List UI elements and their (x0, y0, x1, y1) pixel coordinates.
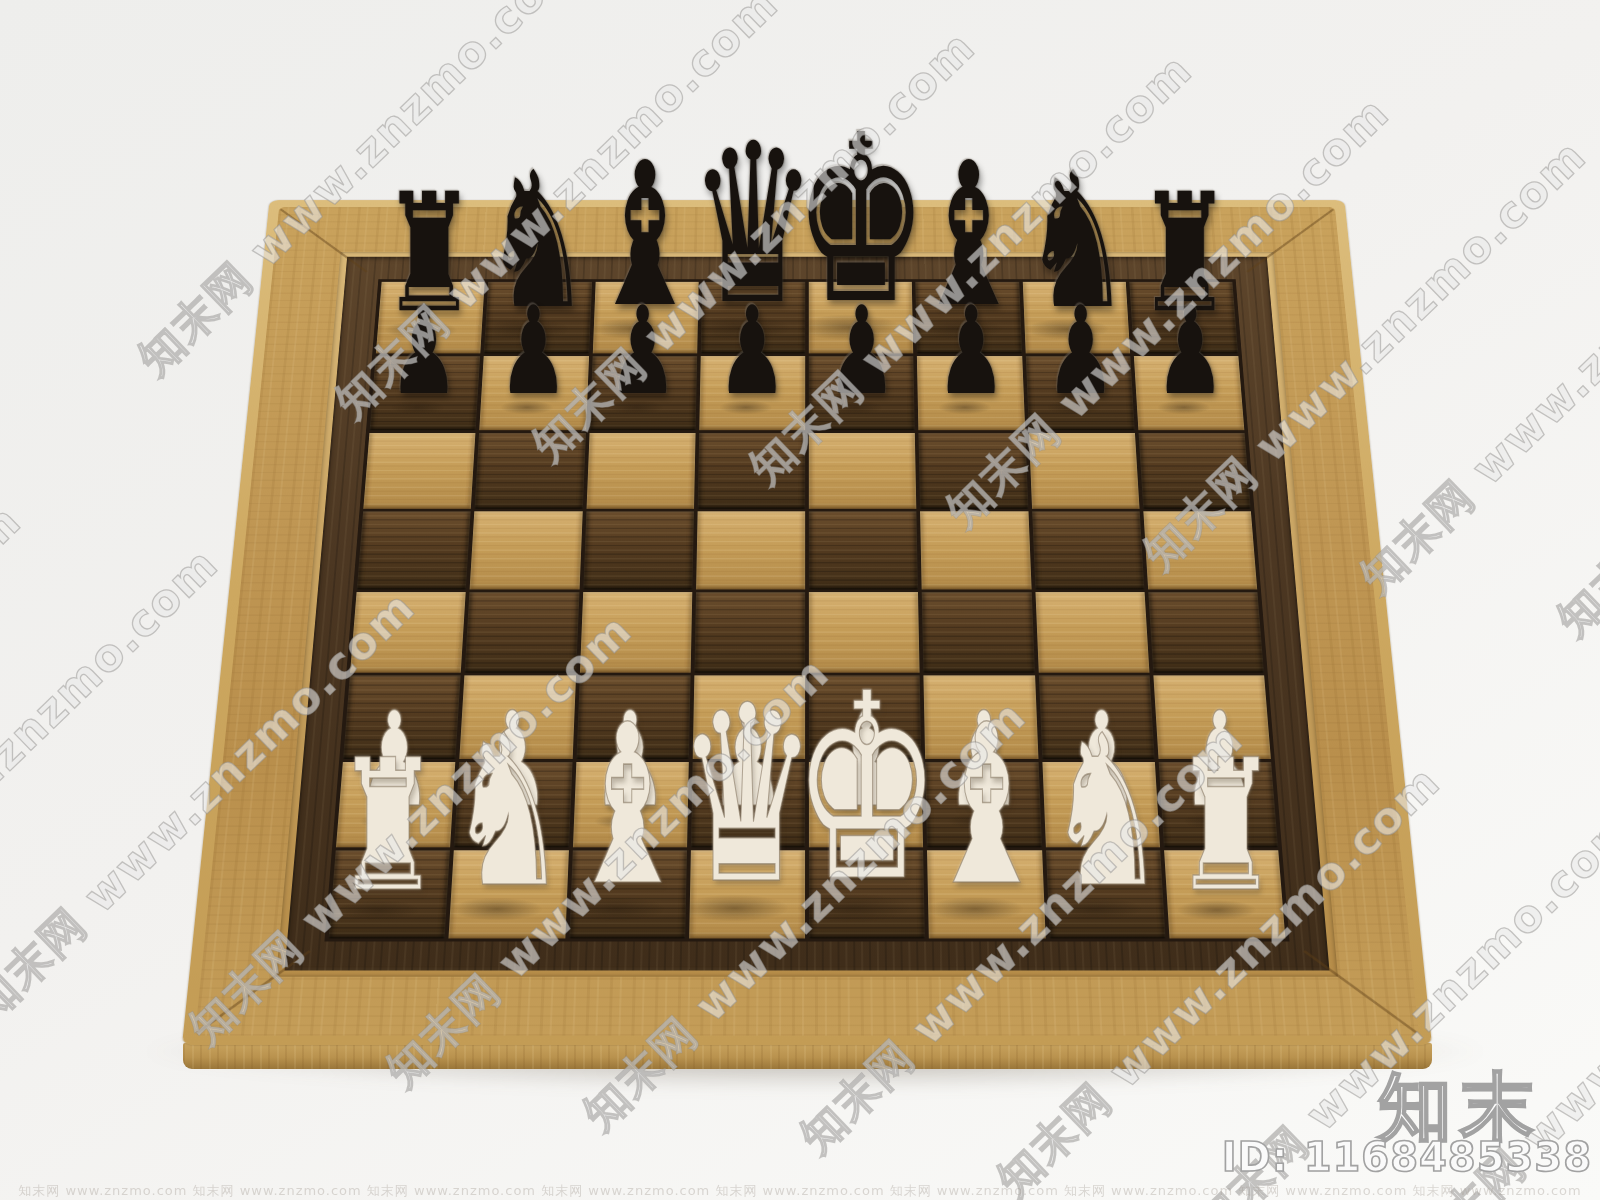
square-f2 (925, 762, 1041, 848)
square-c8 (592, 282, 698, 354)
watermark-text: 知末网 www.znzmo.com (0, 492, 34, 948)
square-f4 (922, 592, 1035, 673)
square-e3 (809, 676, 922, 759)
square-c5 (583, 511, 694, 589)
square-a2 (336, 762, 456, 848)
scene: ♜♞♝♛♚♝♞♜♟♟♟♟♟♟♟♟♟♟♟♟♟♟♟♟♜♞♝♛♚♝♞♜ 知末网 www… (0, 0, 1600, 1200)
square-c3 (576, 676, 690, 759)
square-b2 (454, 762, 572, 848)
square-g2 (1042, 762, 1160, 848)
square-f7 (917, 356, 1025, 430)
square-d5 (696, 511, 805, 589)
watermark-text: 知末网 www.znzmo.com (1348, 150, 1600, 606)
square-g1 (1046, 850, 1166, 938)
square-g4 (1035, 592, 1149, 673)
square-d1 (689, 850, 805, 938)
square-b1 (449, 850, 569, 938)
squares (324, 279, 1289, 941)
square-e1 (809, 850, 925, 938)
square-h5 (1143, 511, 1257, 589)
square-a4 (350, 592, 466, 673)
square-b5 (470, 511, 583, 589)
square-d7 (699, 356, 805, 430)
square-e5 (809, 511, 918, 589)
square-a8 (376, 282, 485, 354)
square-h3 (1153, 676, 1271, 759)
square-h2 (1158, 762, 1278, 848)
square-g5 (1032, 511, 1145, 589)
square-a1 (329, 850, 451, 938)
square-g6 (1028, 433, 1139, 509)
square-h6 (1138, 433, 1250, 509)
square-b6 (475, 433, 586, 509)
wood-grain-texture (183, 1043, 1432, 1069)
chess-board (182, 200, 1432, 1045)
square-e8 (809, 282, 914, 354)
square-e7 (809, 356, 915, 430)
square-c4 (579, 592, 692, 673)
square-a6 (363, 433, 475, 509)
square-e6 (809, 433, 917, 509)
square-h7 (1134, 356, 1245, 430)
square-a3 (343, 676, 461, 759)
square-c7 (589, 356, 697, 430)
square-a7 (370, 356, 481, 430)
square-f6 (919, 433, 1028, 509)
square-d4 (694, 592, 805, 673)
watermark-edge-row: 知末网 www.znzmo.com 知末网 www.znzmo.com 知末网 … (0, 1182, 1600, 1200)
square-h4 (1148, 592, 1264, 673)
square-f8 (916, 282, 1022, 354)
square-c1 (569, 850, 687, 938)
watermark-text: 知末网 www.znzmo.com (1545, 193, 1600, 649)
image-id-label: ID: 1168485338 (1222, 1134, 1592, 1180)
square-f5 (920, 511, 1031, 589)
square-f1 (927, 850, 1045, 938)
square-a5 (357, 511, 471, 589)
square-d3 (692, 676, 805, 759)
square-g8 (1022, 282, 1130, 354)
square-h1 (1164, 850, 1286, 938)
square-c6 (586, 433, 695, 509)
square-b7 (479, 356, 588, 430)
square-e2 (809, 762, 923, 848)
square-g3 (1038, 676, 1154, 759)
board-front-edge (183, 1043, 1432, 1069)
square-c2 (572, 762, 688, 848)
square-b4 (465, 592, 579, 673)
square-f3 (924, 676, 1038, 759)
square-h8 (1129, 282, 1238, 354)
square-e4 (809, 592, 920, 673)
square-d8 (701, 282, 806, 354)
square-b8 (484, 282, 592, 354)
square-g7 (1025, 356, 1134, 430)
square-b3 (460, 676, 576, 759)
square-d6 (697, 433, 805, 509)
square-d2 (691, 762, 805, 848)
